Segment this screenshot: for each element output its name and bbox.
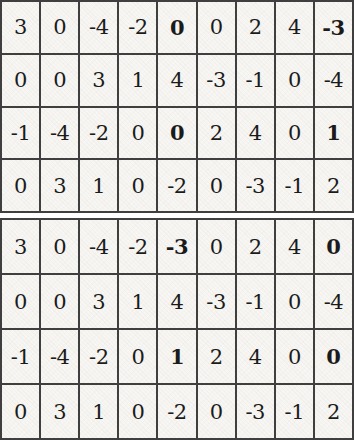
cell-top-r2c2: 0 [41,55,78,106]
cell-top-r2c4: 1 [119,55,156,106]
cell-top-r2c8: 0 [276,55,313,106]
cell-bottom-r3c3: -2 [80,330,117,383]
cell-bottom-r4c8: -1 [276,385,313,438]
cell-bottom-r3c6: 2 [198,330,235,383]
cell-top-r4c7: -3 [237,160,274,211]
cell-bottom-r3c2: -4 [41,330,78,383]
cell-top-r1c9: -3 [315,2,352,53]
cell-bottom-r3c9: 0 [315,330,352,383]
matrix-grid-top: 30-4-20024-300314-3-10-4-1-4-20024010310… [0,0,354,213]
cell-top-r1c1: 3 [2,2,39,53]
cell-bottom-r3c7: 4 [237,330,274,383]
cell-bottom-r1c8: 4 [276,220,313,273]
cell-top-r2c6: -3 [198,55,235,106]
cell-top-r1c6: 0 [198,2,235,53]
cell-bottom-r3c4: 0 [119,330,156,383]
cell-bottom-r3c1: -1 [2,330,39,383]
cell-bottom-r1c6: 0 [198,220,235,273]
matrix-worksheet: 30-4-20024-300314-3-10-4-1-4-20024010310… [0,0,354,440]
cell-top-r3c3: -2 [80,108,117,159]
cell-top-r4c6: 0 [198,160,235,211]
cell-bottom-r2c5: 4 [158,275,195,328]
cell-bottom-r2c3: 3 [80,275,117,328]
cell-top-r1c3: -4 [80,2,117,53]
cell-top-r3c4: 0 [119,108,156,159]
cell-bottom-r2c7: -1 [237,275,274,328]
cell-top-r1c7: 2 [237,2,274,53]
cell-bottom-r4c6: 0 [198,385,235,438]
cell-bottom-r4c4: 0 [119,385,156,438]
cell-bottom-r2c4: 1 [119,275,156,328]
cell-top-r4c4: 0 [119,160,156,211]
cell-top-r3c8: 0 [276,108,313,159]
cell-top-r1c4: -2 [119,2,156,53]
cell-bottom-r1c7: 2 [237,220,274,273]
cell-top-r2c9: -4 [315,55,352,106]
cell-bottom-r4c5: -2 [158,385,195,438]
cell-top-r3c5: 0 [158,108,195,159]
matrix-grid-bottom: 30-4-2-3024000314-3-10-4-1-4-20124000310… [0,218,354,440]
cell-top-r4c9: 2 [315,160,352,211]
cell-top-r4c1: 0 [2,160,39,211]
cell-bottom-r1c2: 0 [41,220,78,273]
cell-bottom-r1c3: -4 [80,220,117,273]
cell-top-r4c3: 1 [80,160,117,211]
cell-bottom-r4c2: 3 [41,385,78,438]
cell-bottom-r2c9: -4 [315,275,352,328]
cell-top-r4c5: -2 [158,160,195,211]
cell-top-r3c2: -4 [41,108,78,159]
cell-top-r1c8: 4 [276,2,313,53]
cell-bottom-r3c5: 1 [158,330,195,383]
cell-bottom-r2c6: -3 [198,275,235,328]
cell-bottom-r3c8: 0 [276,330,313,383]
cell-top-r1c5: 0 [158,2,195,53]
cell-bottom-r4c9: 2 [315,385,352,438]
cell-bottom-r4c1: 0 [2,385,39,438]
cell-top-r3c7: 4 [237,108,274,159]
cell-top-r2c1: 0 [2,55,39,106]
cell-bottom-r4c7: -3 [237,385,274,438]
cell-top-r2c7: -1 [237,55,274,106]
cell-top-r2c3: 3 [80,55,117,106]
cell-bottom-r1c4: -2 [119,220,156,273]
cell-top-r3c1: -1 [2,108,39,159]
cell-bottom-r4c3: 1 [80,385,117,438]
cell-bottom-r1c9: 0 [315,220,352,273]
cell-bottom-r1c5: -3 [158,220,195,273]
cell-top-r2c5: 4 [158,55,195,106]
cell-top-r4c2: 3 [41,160,78,211]
cell-bottom-r2c2: 0 [41,275,78,328]
cell-bottom-r2c8: 0 [276,275,313,328]
cell-top-r3c6: 2 [198,108,235,159]
cell-bottom-r2c1: 0 [2,275,39,328]
cell-top-r4c8: -1 [276,160,313,211]
cell-top-r1c2: 0 [41,2,78,53]
cell-top-r3c9: 1 [315,108,352,159]
cell-bottom-r1c1: 3 [2,220,39,273]
